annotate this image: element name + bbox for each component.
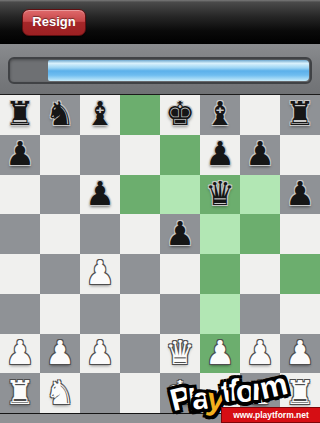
chess-board: ♜♞♝♚♝♜♟♟♟♟♛♟♟♟♟♟♟♛♟♟♟♜♞♚♝♜ — [0, 95, 320, 413]
square-b4[interactable] — [40, 254, 80, 294]
square-g8[interactable] — [240, 95, 280, 135]
black-pawn: ♟ — [285, 177, 315, 210]
square-a7[interactable]: ♟ — [0, 135, 40, 175]
square-c2[interactable]: ♟ — [80, 334, 120, 374]
white-pawn: ♟ — [85, 336, 115, 369]
square-g2[interactable]: ♟ — [240, 334, 280, 374]
black-rook: ♜ — [5, 97, 35, 130]
square-f7[interactable]: ♟ — [200, 135, 240, 175]
square-c8[interactable]: ♝ — [80, 95, 120, 135]
square-b2[interactable]: ♟ — [40, 334, 80, 374]
white-pawn: ♟ — [5, 336, 35, 369]
square-f4[interactable] — [200, 254, 240, 294]
square-d2[interactable] — [120, 334, 160, 374]
square-a4[interactable] — [0, 254, 40, 294]
square-b1[interactable]: ♞ — [40, 373, 80, 413]
square-c1[interactable] — [80, 373, 120, 413]
black-bishop: ♝ — [205, 97, 235, 130]
progress-bar-fill — [48, 60, 309, 81]
square-b8[interactable]: ♞ — [40, 95, 80, 135]
bottom-strip — [0, 413, 320, 423]
square-d1[interactable] — [120, 373, 160, 413]
square-a5[interactable] — [0, 214, 40, 254]
square-c4[interactable]: ♟ — [80, 254, 120, 294]
square-a3[interactable] — [0, 294, 40, 334]
black-pawn: ♟ — [205, 137, 235, 170]
square-d3[interactable] — [120, 294, 160, 334]
square-d7[interactable] — [120, 135, 160, 175]
square-f5[interactable] — [200, 214, 240, 254]
progress-panel — [0, 44, 320, 96]
square-a1[interactable]: ♜ — [0, 373, 40, 413]
square-f1[interactable] — [200, 373, 240, 413]
square-e7[interactable] — [160, 135, 200, 175]
square-f2[interactable]: ♟ — [200, 334, 240, 374]
square-e2[interactable]: ♛ — [160, 334, 200, 374]
square-e5[interactable]: ♟ — [160, 214, 200, 254]
square-c3[interactable] — [80, 294, 120, 334]
square-e6[interactable] — [160, 175, 200, 215]
black-pawn: ♟ — [245, 137, 275, 170]
square-g6[interactable] — [240, 175, 280, 215]
white-pawn: ♟ — [205, 336, 235, 369]
square-a6[interactable] — [0, 175, 40, 215]
black-pawn: ♟ — [85, 177, 115, 210]
square-h2[interactable]: ♟ — [280, 334, 320, 374]
square-a8[interactable]: ♜ — [0, 95, 40, 135]
square-h6[interactable]: ♟ — [280, 175, 320, 215]
square-f8[interactable]: ♝ — [200, 95, 240, 135]
square-h3[interactable] — [280, 294, 320, 334]
toolbar: Resign — [0, 0, 320, 44]
square-b7[interactable] — [40, 135, 80, 175]
app-screen: Resign ♜♞♝♚♝♜♟♟♟♟♛♟♟♟♟♟♟♛♟♟♟♜♞♚♝♜ Playtf… — [0, 0, 320, 423]
white-king: ♚ — [165, 376, 195, 409]
square-g5[interactable] — [240, 214, 280, 254]
square-d8[interactable] — [120, 95, 160, 135]
square-h7[interactable] — [280, 135, 320, 175]
white-pawn: ♟ — [285, 336, 315, 369]
square-c7[interactable] — [80, 135, 120, 175]
square-h8[interactable]: ♜ — [280, 95, 320, 135]
black-pawn: ♟ — [5, 137, 35, 170]
square-b6[interactable] — [40, 175, 80, 215]
square-g1[interactable]: ♝ — [240, 373, 280, 413]
progress-bar-track — [8, 57, 312, 84]
square-d5[interactable] — [120, 214, 160, 254]
black-king: ♚ — [165, 97, 195, 130]
white-queen: ♛ — [165, 336, 195, 369]
square-b3[interactable] — [40, 294, 80, 334]
black-queen: ♛ — [205, 177, 235, 210]
square-h4[interactable] — [280, 254, 320, 294]
square-f3[interactable] — [200, 294, 240, 334]
white-rook: ♜ — [285, 376, 315, 409]
square-e4[interactable] — [160, 254, 200, 294]
resign-button[interactable]: Resign — [22, 9, 86, 36]
black-rook: ♜ — [285, 97, 315, 130]
white-rook: ♜ — [5, 376, 35, 409]
square-h5[interactable] — [280, 214, 320, 254]
square-h1[interactable]: ♜ — [280, 373, 320, 413]
square-c5[interactable] — [80, 214, 120, 254]
square-a2[interactable]: ♟ — [0, 334, 40, 374]
square-d6[interactable] — [120, 175, 160, 215]
square-c6[interactable]: ♟ — [80, 175, 120, 215]
black-bishop: ♝ — [85, 97, 115, 130]
square-g7[interactable]: ♟ — [240, 135, 280, 175]
square-b5[interactable] — [40, 214, 80, 254]
white-pawn: ♟ — [45, 336, 75, 369]
white-pawn: ♟ — [85, 256, 115, 289]
square-e3[interactable] — [160, 294, 200, 334]
white-pawn: ♟ — [245, 336, 275, 369]
black-knight: ♞ — [45, 97, 75, 130]
black-pawn: ♟ — [165, 217, 195, 250]
white-bishop: ♝ — [245, 376, 275, 409]
square-e8[interactable]: ♚ — [160, 95, 200, 135]
square-f6[interactable]: ♛ — [200, 175, 240, 215]
white-knight: ♞ — [45, 376, 75, 409]
square-d4[interactable] — [120, 254, 160, 294]
square-g4[interactable] — [240, 254, 280, 294]
square-e1[interactable]: ♚ — [160, 373, 200, 413]
square-g3[interactable] — [240, 294, 280, 334]
